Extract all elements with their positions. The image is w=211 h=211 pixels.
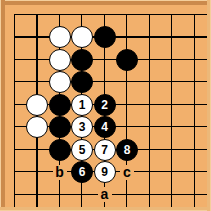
point-0-1: [3, 26, 26, 49]
point-0-5: [3, 116, 26, 139]
point-2-3: [48, 71, 71, 94]
point-6-3: [138, 71, 161, 94]
point-0-3: [3, 71, 26, 94]
point-6-0: [138, 3, 161, 26]
black-stone: [49, 116, 71, 138]
point-7-7: [161, 161, 184, 184]
point-2-0: [48, 3, 71, 26]
move-2-stone-black: 2: [94, 94, 116, 116]
point-6-1: [138, 26, 161, 49]
point-2-6: [48, 138, 71, 161]
point-5-7: c: [116, 161, 139, 184]
point-3-5: 3: [71, 116, 94, 139]
point-7-0: [161, 3, 184, 26]
point-4-1: [93, 26, 116, 49]
point-8-7: [183, 161, 206, 184]
board-frame-right: [207, 0, 211, 211]
point-6-8: [138, 183, 161, 206]
point-3-3: [71, 71, 94, 94]
point-1-7: [26, 161, 49, 184]
point-7-6: [161, 138, 184, 161]
point-6-6: [138, 138, 161, 161]
point-4-4: 2: [93, 93, 116, 116]
point-label-b: b: [53, 165, 67, 180]
black-stone: [49, 94, 71, 116]
point-8-8: [183, 183, 206, 206]
point-6-5: [138, 116, 161, 139]
point-7-1: [161, 26, 184, 49]
point-0-6: [3, 138, 26, 161]
point-5-8: [116, 183, 139, 206]
point-7-2: [161, 48, 184, 71]
point-5-6: 8: [116, 138, 139, 161]
black-stone: [116, 49, 138, 71]
point-5-4: [116, 93, 139, 116]
point-6-2: [138, 48, 161, 71]
board-frame-top: [0, 0, 211, 5]
board-frame-left: [0, 0, 5, 211]
white-stone: [71, 26, 93, 48]
point-5-1: [116, 26, 139, 49]
point-3-6: 5: [71, 138, 94, 161]
point-0-7: [3, 161, 26, 184]
point-8-5: [183, 116, 206, 139]
white-stone: [49, 71, 71, 93]
point-1-8: [26, 183, 49, 206]
point-8-1: [183, 26, 206, 49]
point-4-3: [93, 71, 116, 94]
move-3-stone-white: 3: [71, 116, 93, 138]
point-5-5: [116, 116, 139, 139]
point-3-8: [71, 183, 94, 206]
point-7-5: [161, 116, 184, 139]
move-4-stone-black: 4: [94, 116, 116, 138]
point-4-0: [93, 3, 116, 26]
move-6-stone-black: 6: [71, 161, 93, 183]
point-8-0: [183, 3, 206, 26]
board-frame-bottom: [0, 207, 211, 211]
point-8-4: [183, 93, 206, 116]
point-0-2: [3, 48, 26, 71]
white-stone: [26, 94, 48, 116]
point-3-0: [71, 3, 94, 26]
white-stone: [26, 116, 48, 138]
point-label-c: c: [120, 165, 134, 180]
point-0-0: [3, 3, 26, 26]
point-4-7: 9: [93, 161, 116, 184]
point-7-4: [161, 93, 184, 116]
point-3-1: [71, 26, 94, 49]
point-2-5: [48, 116, 71, 139]
point-1-0: [26, 3, 49, 26]
black-stone: [94, 26, 116, 48]
point-8-3: [183, 71, 206, 94]
point-4-5: 4: [93, 116, 116, 139]
move-9-stone-white: 9: [94, 161, 116, 183]
point-2-1: [48, 26, 71, 49]
point-1-3: [26, 71, 49, 94]
move-7-stone-white: 7: [94, 139, 116, 161]
white-stone: [49, 49, 71, 71]
point-2-4: [48, 93, 71, 116]
point-1-5: [26, 116, 49, 139]
white-stone: [49, 26, 71, 48]
move-8-stone-black: 8: [116, 139, 138, 161]
point-label-a: a: [98, 187, 112, 202]
point-8-2: [183, 48, 206, 71]
move-5-stone-white: 5: [71, 139, 93, 161]
point-7-3: [161, 71, 184, 94]
board: 1234578b69ca: [3, 3, 206, 206]
point-4-8: a: [93, 183, 116, 206]
go-diagram: 1234578b69ca: [0, 0, 211, 211]
point-2-8: [48, 183, 71, 206]
point-4-6: 7: [93, 138, 116, 161]
point-6-4: [138, 93, 161, 116]
point-1-6: [26, 138, 49, 161]
point-5-2: [116, 48, 139, 71]
point-1-1: [26, 26, 49, 49]
black-stone: [49, 139, 71, 161]
black-stone: [71, 71, 93, 93]
point-3-4: 1: [71, 93, 94, 116]
move-1-stone-white: 1: [71, 94, 93, 116]
point-0-8: [3, 183, 26, 206]
black-stone: [71, 49, 93, 71]
point-8-6: [183, 138, 206, 161]
point-5-0: [116, 3, 139, 26]
point-6-7: [138, 161, 161, 184]
point-3-2: [71, 48, 94, 71]
point-1-4: [26, 93, 49, 116]
point-3-7: 6: [71, 161, 94, 184]
point-2-2: [48, 48, 71, 71]
point-7-8: [161, 183, 184, 206]
point-5-3: [116, 71, 139, 94]
point-0-4: [3, 93, 26, 116]
point-2-7: b: [48, 161, 71, 184]
point-4-2: [93, 48, 116, 71]
point-1-2: [26, 48, 49, 71]
